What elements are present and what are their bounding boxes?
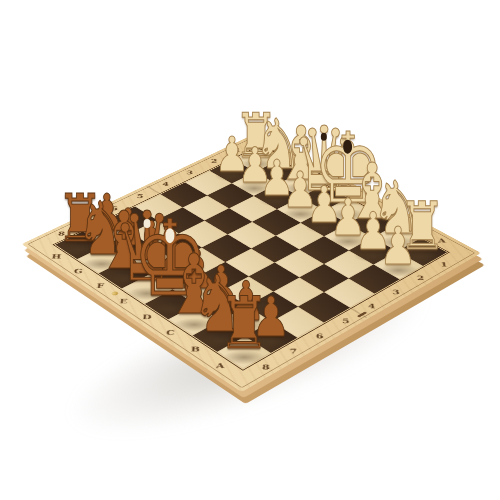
brass-pin: [110, 291, 119, 296]
squares-grid: [55, 148, 447, 369]
board-3d-wrapper: HGFEDCBA HGFEDCBA 87654321 87654321: [88, 86, 413, 411]
scene: HGFEDCBA HGFEDCBA 87654321 87654321 ♜♞♝♚…: [0, 0, 500, 500]
chess-board: HGFEDCBA HGFEDCBA 87654321 87654321: [22, 132, 481, 392]
